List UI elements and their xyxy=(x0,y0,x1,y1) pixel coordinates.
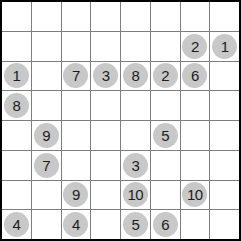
cell-r5c2[interactable] xyxy=(62,151,91,180)
cell-r7c2[interactable]: 4 xyxy=(62,210,91,239)
cell-r6c7[interactable] xyxy=(210,181,239,210)
clue-circle: 8 xyxy=(4,93,29,118)
cell-r4c2[interactable] xyxy=(62,121,91,150)
cell-r5c1[interactable]: 7 xyxy=(32,151,61,180)
cell-r7c3[interactable] xyxy=(91,210,120,239)
cell-r3c7[interactable] xyxy=(210,91,239,120)
cell-r7c5[interactable]: 6 xyxy=(151,210,180,239)
cell-r3c3[interactable] xyxy=(91,91,120,120)
clue-circle: 6 xyxy=(182,63,207,88)
clue-circle: 7 xyxy=(63,63,88,88)
cell-r7c1[interactable] xyxy=(32,210,61,239)
cell-r3c5[interactable] xyxy=(151,91,180,120)
cell-r5c5[interactable] xyxy=(151,151,180,180)
clue-circle: 10 xyxy=(123,182,148,207)
cell-r3c6[interactable] xyxy=(181,91,210,120)
cell-r1c3[interactable] xyxy=(91,32,120,61)
cell-r0c6[interactable] xyxy=(181,2,210,31)
cell-r0c4[interactable] xyxy=(121,2,150,31)
cell-r2c6[interactable]: 6 xyxy=(181,62,210,91)
clue-circle: 1 xyxy=(4,63,29,88)
cell-r6c0[interactable] xyxy=(2,181,31,210)
cell-r7c0[interactable]: 4 xyxy=(2,210,31,239)
clue-circle: 5 xyxy=(123,212,148,237)
cell-r2c7[interactable] xyxy=(210,62,239,91)
cell-r1c7[interactable]: 1 xyxy=(210,32,239,61)
clue-circle: 3 xyxy=(93,63,118,88)
clue-circle: 4 xyxy=(63,212,88,237)
cell-r7c7[interactable] xyxy=(210,210,239,239)
cell-r2c4[interactable]: 8 xyxy=(121,62,150,91)
clue-circle: 10 xyxy=(182,182,207,207)
cell-r0c5[interactable] xyxy=(151,2,180,31)
cell-r2c2[interactable]: 7 xyxy=(62,62,91,91)
cell-r6c4[interactable]: 10 xyxy=(121,181,150,210)
cell-r0c1[interactable] xyxy=(32,2,61,31)
clue-circle: 2 xyxy=(153,63,178,88)
cell-r6c1[interactable] xyxy=(32,181,61,210)
cell-r3c0[interactable]: 8 xyxy=(2,91,31,120)
clue-circle: 3 xyxy=(123,153,148,178)
cell-r5c0[interactable] xyxy=(2,151,31,180)
cell-r5c6[interactable] xyxy=(181,151,210,180)
cell-r1c6[interactable]: 2 xyxy=(181,32,210,61)
cell-r1c4[interactable] xyxy=(121,32,150,61)
cell-r5c4[interactable]: 3 xyxy=(121,151,150,180)
cell-r2c5[interactable]: 2 xyxy=(151,62,180,91)
cell-r4c7[interactable] xyxy=(210,121,239,150)
cell-r4c6[interactable] xyxy=(181,121,210,150)
cell-r5c7[interactable] xyxy=(210,151,239,180)
clue-circle: 6 xyxy=(153,212,178,237)
cell-r0c0[interactable] xyxy=(2,2,31,31)
cell-r6c6[interactable]: 10 xyxy=(181,181,210,210)
clue-circle: 5 xyxy=(153,123,178,148)
cell-r3c2[interactable] xyxy=(62,91,91,120)
cell-r4c5[interactable]: 5 xyxy=(151,121,180,150)
clue-circle: 9 xyxy=(34,123,59,148)
cell-r7c6[interactable] xyxy=(181,210,210,239)
cell-r1c5[interactable] xyxy=(151,32,180,61)
cell-r4c1[interactable]: 9 xyxy=(32,121,61,150)
clue-circle: 1 xyxy=(212,34,237,59)
puzzle-board: 2117382689573910104456 xyxy=(0,0,241,241)
cell-r2c0[interactable]: 1 xyxy=(2,62,31,91)
cell-r2c3[interactable]: 3 xyxy=(91,62,120,91)
cell-r1c2[interactable] xyxy=(62,32,91,61)
cell-r5c3[interactable] xyxy=(91,151,120,180)
cell-r3c1[interactable] xyxy=(32,91,61,120)
puzzle-container: 2117382689573910104456 xyxy=(0,0,241,241)
cell-r6c3[interactable] xyxy=(91,181,120,210)
cell-r6c2[interactable]: 9 xyxy=(62,181,91,210)
cell-r1c0[interactable] xyxy=(2,32,31,61)
cell-r0c7[interactable] xyxy=(210,2,239,31)
clue-circle: 4 xyxy=(4,212,29,237)
clue-circle: 9 xyxy=(63,182,88,207)
cell-r7c4[interactable]: 5 xyxy=(121,210,150,239)
clue-circle: 8 xyxy=(123,63,148,88)
cell-r1c1[interactable] xyxy=(32,32,61,61)
cell-r4c0[interactable] xyxy=(2,121,31,150)
cell-r4c3[interactable] xyxy=(91,121,120,150)
cell-r0c3[interactable] xyxy=(91,2,120,31)
cell-r2c1[interactable] xyxy=(32,62,61,91)
cell-r3c4[interactable] xyxy=(121,91,150,120)
cell-r4c4[interactable] xyxy=(121,121,150,150)
cell-r6c5[interactable] xyxy=(151,181,180,210)
cell-r0c2[interactable] xyxy=(62,2,91,31)
clue-circle: 2 xyxy=(182,34,207,59)
clue-circle: 7 xyxy=(34,153,59,178)
